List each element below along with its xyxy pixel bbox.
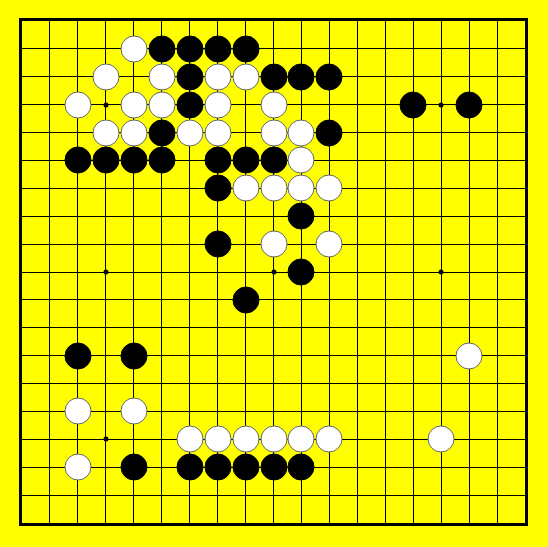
white-stone <box>204 63 231 90</box>
white-stone <box>232 63 259 90</box>
black-stone <box>148 119 175 146</box>
black-stone <box>148 147 175 174</box>
black-stone <box>204 231 231 258</box>
black-stone <box>260 454 287 481</box>
grid-line-horizontal <box>22 495 525 496</box>
hoshi-point <box>439 102 444 107</box>
black-stone <box>204 147 231 174</box>
grid-line-horizontal <box>22 411 525 412</box>
white-stone <box>64 454 91 481</box>
white-stone <box>456 342 483 369</box>
white-stone <box>204 119 231 146</box>
black-stone <box>204 454 231 481</box>
white-stone <box>288 119 315 146</box>
white-stone <box>288 175 315 202</box>
grid-line-horizontal <box>22 355 525 356</box>
grid-line-horizontal <box>22 299 525 300</box>
black-stone <box>400 91 427 118</box>
black-stone <box>176 35 203 62</box>
white-stone <box>176 426 203 453</box>
black-stone <box>92 147 119 174</box>
white-stone <box>428 426 455 453</box>
white-stone <box>204 426 231 453</box>
white-stone <box>64 398 91 425</box>
white-stone <box>260 426 287 453</box>
white-stone <box>92 63 119 90</box>
go-board[interactable] <box>19 18 528 526</box>
white-stone <box>148 91 175 118</box>
white-stone <box>260 119 287 146</box>
black-stone <box>204 175 231 202</box>
hoshi-point <box>103 102 108 107</box>
black-stone <box>260 147 287 174</box>
black-stone <box>288 203 315 230</box>
black-stone <box>120 342 147 369</box>
white-stone <box>232 175 259 202</box>
black-stone <box>176 91 203 118</box>
page-background <box>0 0 548 547</box>
black-stone <box>288 63 315 90</box>
black-stone <box>120 454 147 481</box>
grid-line-vertical <box>497 21 498 523</box>
white-stone <box>260 231 287 258</box>
white-stone <box>64 91 91 118</box>
white-stone <box>316 175 343 202</box>
white-stone <box>120 119 147 146</box>
black-stone <box>120 147 147 174</box>
hoshi-point <box>103 270 108 275</box>
hoshi-point <box>439 270 444 275</box>
black-stone <box>232 35 259 62</box>
black-stone <box>316 119 343 146</box>
white-stone <box>288 147 315 174</box>
white-stone <box>260 175 287 202</box>
white-stone <box>120 35 147 62</box>
white-stone <box>120 398 147 425</box>
grid-line-horizontal <box>22 327 525 328</box>
white-stone <box>148 63 175 90</box>
black-stone <box>232 454 259 481</box>
black-stone <box>176 454 203 481</box>
black-stone <box>260 63 287 90</box>
hoshi-point <box>271 270 276 275</box>
white-stone <box>316 231 343 258</box>
white-stone <box>92 119 119 146</box>
grid-line-vertical <box>385 21 386 523</box>
white-stone <box>204 91 231 118</box>
hoshi-point <box>103 437 108 442</box>
board-grid <box>22 21 525 523</box>
black-stone <box>176 63 203 90</box>
black-stone <box>64 147 91 174</box>
grid-line-vertical <box>357 21 358 523</box>
black-stone <box>232 286 259 313</box>
black-stone <box>148 35 175 62</box>
white-stone <box>288 426 315 453</box>
black-stone <box>232 147 259 174</box>
black-stone <box>64 342 91 369</box>
black-stone <box>316 63 343 90</box>
white-stone <box>260 91 287 118</box>
white-stone <box>176 119 203 146</box>
black-stone <box>288 259 315 286</box>
grid-line-horizontal <box>22 383 525 384</box>
black-stone <box>204 35 231 62</box>
white-stone <box>232 426 259 453</box>
black-stone <box>288 454 315 481</box>
black-stone <box>456 91 483 118</box>
white-stone <box>120 91 147 118</box>
white-stone <box>316 426 343 453</box>
